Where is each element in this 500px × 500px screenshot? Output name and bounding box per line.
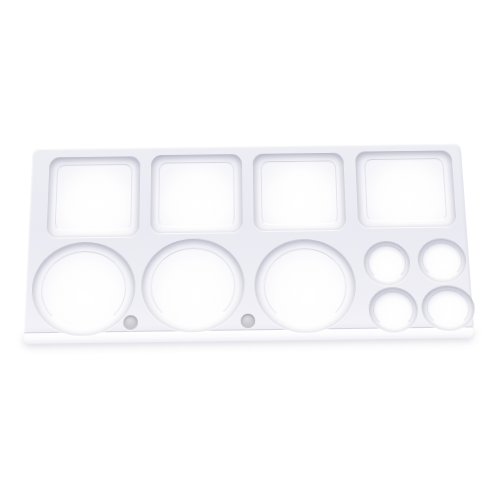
large-round-well-1 [30,241,136,336]
square-well-2 [150,154,243,233]
square-well-1 [46,156,140,237]
small-round-well-3 [368,287,419,333]
large-round-well-2 [141,238,245,333]
brush-hole-1 [123,315,138,330]
paint-palette-tray [24,144,474,335]
product-photo [0,0,500,500]
small-round-well-1 [363,241,411,286]
large-round-well-3 [254,239,358,334]
square-well-3 [253,153,347,231]
small-round-well-4 [420,285,476,331]
square-well-4 [355,150,457,227]
small-round-well-2 [417,238,468,283]
brush-hole-2 [241,314,255,329]
